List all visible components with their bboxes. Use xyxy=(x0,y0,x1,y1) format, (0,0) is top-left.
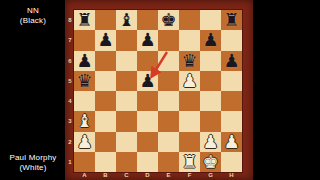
white-king-g1[interactable]: ♚ xyxy=(202,152,218,170)
square-f6[interactable]: ♛ xyxy=(179,51,200,71)
square-b8[interactable] xyxy=(95,10,116,30)
square-c8[interactable]: ♝ xyxy=(116,10,137,30)
black-pawn-h6[interactable]: ♟ xyxy=(223,51,239,69)
square-h3[interactable] xyxy=(221,111,242,131)
player-black-label: NN (Black) xyxy=(0,6,66,26)
square-c5[interactable] xyxy=(116,71,137,91)
square-b1[interactable] xyxy=(95,152,116,172)
square-c7[interactable] xyxy=(116,30,137,50)
square-d1[interactable] xyxy=(137,152,158,172)
black-pawn-d5[interactable]: ♟ xyxy=(139,71,155,89)
square-e5[interactable] xyxy=(158,71,179,91)
file-label-E: E xyxy=(158,171,179,180)
white-pawn-g2[interactable]: ♟ xyxy=(202,132,218,150)
chess-board-frame: ♜♝♚♜♟♟♟♟♛♟♛♟♟♝♟♟♟♜♚ 87654321 ABCDEFGH xyxy=(65,0,253,180)
square-b4[interactable] xyxy=(95,91,116,111)
square-a1[interactable] xyxy=(74,152,95,172)
square-a4[interactable] xyxy=(74,91,95,111)
rank-label-4: 4 xyxy=(66,91,74,111)
player-black-side: (Black) xyxy=(0,16,66,26)
white-rook-f1[interactable]: ♜ xyxy=(181,152,197,170)
square-d7[interactable]: ♟ xyxy=(137,30,158,50)
square-f2[interactable] xyxy=(179,132,200,152)
square-a8[interactable]: ♜ xyxy=(74,10,95,30)
black-queen-f6[interactable]: ♛ xyxy=(181,51,197,69)
player-white-label: Paul Morphy (White) xyxy=(0,153,66,173)
rank-label-6: 6 xyxy=(66,51,74,71)
square-b7[interactable]: ♟ xyxy=(95,30,116,50)
square-c4[interactable] xyxy=(116,91,137,111)
white-pawn-a2[interactable]: ♟ xyxy=(76,132,92,150)
square-g3[interactable] xyxy=(200,111,221,131)
square-h2[interactable]: ♟ xyxy=(221,132,242,152)
chess-board[interactable]: ♜♝♚♜♟♟♟♟♛♟♛♟♟♝♟♟♟♜♚ xyxy=(74,10,242,172)
black-pawn-a6[interactable]: ♟ xyxy=(76,51,92,69)
square-g7[interactable]: ♟ xyxy=(200,30,221,50)
square-b5[interactable] xyxy=(95,71,116,91)
square-g8[interactable] xyxy=(200,10,221,30)
square-a5[interactable]: ♛ xyxy=(74,71,95,91)
white-pawn-f5[interactable]: ♟ xyxy=(181,71,197,89)
square-b2[interactable] xyxy=(95,132,116,152)
square-f8[interactable] xyxy=(179,10,200,30)
file-label-H: H xyxy=(221,171,242,180)
black-king-e8[interactable]: ♚ xyxy=(160,11,176,29)
square-b3[interactable] xyxy=(95,111,116,131)
square-g4[interactable] xyxy=(200,91,221,111)
square-f7[interactable] xyxy=(179,30,200,50)
square-a3[interactable]: ♝ xyxy=(74,111,95,131)
square-d4[interactable] xyxy=(137,91,158,111)
square-h7[interactable] xyxy=(221,30,242,50)
video-frame: NN (Black) Paul Morphy (White) ♜♝♚♜♟♟♟♟♛… xyxy=(0,0,320,180)
square-e6[interactable] xyxy=(158,51,179,71)
square-c2[interactable] xyxy=(116,132,137,152)
square-g2[interactable]: ♟ xyxy=(200,132,221,152)
black-queen-a5[interactable]: ♛ xyxy=(76,71,92,89)
rank-label-5: 5 xyxy=(66,71,74,91)
square-f1[interactable]: ♜ xyxy=(179,152,200,172)
rank-label-3: 3 xyxy=(66,111,74,131)
square-d8[interactable] xyxy=(137,10,158,30)
player-black-name: NN xyxy=(0,6,66,16)
square-h6[interactable]: ♟ xyxy=(221,51,242,71)
square-e2[interactable] xyxy=(158,132,179,152)
square-g6[interactable] xyxy=(200,51,221,71)
file-label-A: A xyxy=(74,171,95,180)
rank-label-1: 1 xyxy=(66,152,74,172)
rank-label-7: 7 xyxy=(66,30,74,50)
square-e4[interactable] xyxy=(158,91,179,111)
player-white-name: Paul Morphy xyxy=(0,153,66,163)
file-label-F: F xyxy=(179,171,200,180)
file-label-G: G xyxy=(200,171,221,180)
square-e8[interactable]: ♚ xyxy=(158,10,179,30)
square-h4[interactable] xyxy=(221,91,242,111)
black-pawn-d7[interactable]: ♟ xyxy=(139,31,155,49)
square-h1[interactable] xyxy=(221,152,242,172)
rank-label-8: 8 xyxy=(66,10,74,30)
square-h5[interactable] xyxy=(221,71,242,91)
square-f3[interactable] xyxy=(179,111,200,131)
square-d3[interactable] xyxy=(137,111,158,131)
black-pawn-b7[interactable]: ♟ xyxy=(97,31,113,49)
square-e7[interactable] xyxy=(158,30,179,50)
square-d5[interactable]: ♟ xyxy=(137,71,158,91)
square-a6[interactable]: ♟ xyxy=(74,51,95,71)
square-f5[interactable]: ♟ xyxy=(179,71,200,91)
square-f4[interactable] xyxy=(179,91,200,111)
square-a2[interactable]: ♟ xyxy=(74,132,95,152)
square-c6[interactable] xyxy=(116,51,137,71)
square-e3[interactable] xyxy=(158,111,179,131)
black-bishop-c8[interactable]: ♝ xyxy=(118,11,134,29)
square-c3[interactable] xyxy=(116,111,137,131)
square-g5[interactable] xyxy=(200,71,221,91)
square-e1[interactable] xyxy=(158,152,179,172)
square-d2[interactable] xyxy=(137,132,158,152)
white-pawn-h2[interactable]: ♟ xyxy=(223,132,239,150)
file-label-B: B xyxy=(95,171,116,180)
square-b6[interactable] xyxy=(95,51,116,71)
white-bishop-a3[interactable]: ♝ xyxy=(76,112,92,130)
square-c1[interactable] xyxy=(116,152,137,172)
black-rook-h8[interactable]: ♜ xyxy=(223,11,239,29)
square-d6[interactable] xyxy=(137,51,158,71)
player-white-side: (White) xyxy=(0,163,66,173)
square-h8[interactable]: ♜ xyxy=(221,10,242,30)
square-a7[interactable] xyxy=(74,30,95,50)
black-pawn-g7[interactable]: ♟ xyxy=(202,31,218,49)
file-label-C: C xyxy=(116,171,137,180)
black-rook-a8[interactable]: ♜ xyxy=(76,11,92,29)
file-label-D: D xyxy=(137,171,158,180)
square-g1[interactable]: ♚ xyxy=(200,152,221,172)
rank-label-2: 2 xyxy=(66,132,74,152)
